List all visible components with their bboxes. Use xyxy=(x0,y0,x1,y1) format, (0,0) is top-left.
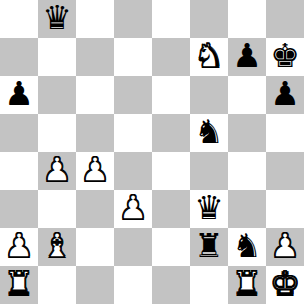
white-pawn-h2[interactable]: ♟ xyxy=(270,228,300,265)
square-d2[interactable] xyxy=(114,228,152,266)
square-e6[interactable] xyxy=(152,76,190,114)
square-a1[interactable]: ♜ xyxy=(0,266,38,304)
white-rook-g1[interactable]: ♜ xyxy=(232,266,262,303)
square-h2[interactable]: ♟ xyxy=(266,228,304,266)
square-e3[interactable] xyxy=(152,190,190,228)
square-g3[interactable] xyxy=(228,190,266,228)
square-c4[interactable]: ♟ xyxy=(76,152,114,190)
square-h3[interactable] xyxy=(266,190,304,228)
square-f6[interactable] xyxy=(190,76,228,114)
square-f7[interactable]: ♞ xyxy=(190,38,228,76)
square-f5[interactable]: ♞ xyxy=(190,114,228,152)
square-f1[interactable] xyxy=(190,266,228,304)
white-pawn-a2[interactable]: ♟ xyxy=(4,228,34,265)
square-g4[interactable] xyxy=(228,152,266,190)
square-f4[interactable] xyxy=(190,152,228,190)
black-king-h7[interactable]: ♚ xyxy=(270,38,300,75)
square-d4[interactable] xyxy=(114,152,152,190)
square-b7[interactable] xyxy=(38,38,76,76)
square-c2[interactable] xyxy=(76,228,114,266)
square-h5[interactable] xyxy=(266,114,304,152)
square-b3[interactable] xyxy=(38,190,76,228)
square-c8[interactable] xyxy=(76,0,114,38)
black-knight-f5[interactable]: ♞ xyxy=(194,114,224,151)
square-g8[interactable] xyxy=(228,0,266,38)
square-c6[interactable] xyxy=(76,76,114,114)
square-d5[interactable] xyxy=(114,114,152,152)
square-g6[interactable] xyxy=(228,76,266,114)
square-d3[interactable]: ♟ xyxy=(114,190,152,228)
square-b8[interactable]: ♛ xyxy=(38,0,76,38)
square-f2[interactable]: ♜ xyxy=(190,228,228,266)
square-d6[interactable] xyxy=(114,76,152,114)
square-h1[interactable]: ♚ xyxy=(266,266,304,304)
square-c3[interactable] xyxy=(76,190,114,228)
square-e1[interactable] xyxy=(152,266,190,304)
white-pawn-c4[interactable]: ♟ xyxy=(80,152,110,189)
square-d8[interactable] xyxy=(114,0,152,38)
white-king-h1[interactable]: ♚ xyxy=(270,266,300,303)
square-c5[interactable] xyxy=(76,114,114,152)
black-pawn-a6[interactable]: ♟ xyxy=(4,76,34,113)
square-e7[interactable] xyxy=(152,38,190,76)
black-rook-f2[interactable]: ♜ xyxy=(194,228,224,265)
square-g7[interactable]: ♟ xyxy=(228,38,266,76)
square-d1[interactable] xyxy=(114,266,152,304)
black-queen-f3[interactable]: ♛ xyxy=(194,190,224,227)
square-h7[interactable]: ♚ xyxy=(266,38,304,76)
white-knight-f7[interactable]: ♞ xyxy=(194,38,224,75)
square-b2[interactable]: ♝ xyxy=(38,228,76,266)
square-f8[interactable] xyxy=(190,0,228,38)
square-g2[interactable]: ♞ xyxy=(228,228,266,266)
white-pawn-d3[interactable]: ♟ xyxy=(118,190,148,227)
square-c1[interactable] xyxy=(76,266,114,304)
square-a5[interactable] xyxy=(0,114,38,152)
square-e5[interactable] xyxy=(152,114,190,152)
square-e4[interactable] xyxy=(152,152,190,190)
square-f3[interactable]: ♛ xyxy=(190,190,228,228)
square-b4[interactable]: ♟ xyxy=(38,152,76,190)
white-bishop-b2[interactable]: ♝ xyxy=(42,228,72,265)
square-h6[interactable]: ♟ xyxy=(266,76,304,114)
black-pawn-g7[interactable]: ♟ xyxy=(232,38,262,75)
square-g1[interactable]: ♜ xyxy=(228,266,266,304)
square-g5[interactable] xyxy=(228,114,266,152)
square-h8[interactable] xyxy=(266,0,304,38)
square-h4[interactable] xyxy=(266,152,304,190)
square-a6[interactable]: ♟ xyxy=(0,76,38,114)
square-e2[interactable] xyxy=(152,228,190,266)
black-pawn-h6[interactable]: ♟ xyxy=(270,76,300,113)
square-d7[interactable] xyxy=(114,38,152,76)
square-e8[interactable] xyxy=(152,0,190,38)
black-queen-b8[interactable]: ♛ xyxy=(42,0,72,37)
square-a4[interactable] xyxy=(0,152,38,190)
white-rook-a1[interactable]: ♜ xyxy=(4,266,34,303)
chess-board: ♛♞♟♚♟♟♞♟♟♟♛♟♝♜♞♟♜♜♚ xyxy=(0,0,304,304)
square-a8[interactable] xyxy=(0,0,38,38)
square-b5[interactable] xyxy=(38,114,76,152)
square-a2[interactable]: ♟ xyxy=(0,228,38,266)
white-pawn-b4[interactable]: ♟ xyxy=(42,152,72,189)
black-knight-g2[interactable]: ♞ xyxy=(232,228,262,265)
square-a7[interactable] xyxy=(0,38,38,76)
square-b6[interactable] xyxy=(38,76,76,114)
square-c7[interactable] xyxy=(76,38,114,76)
square-b1[interactable] xyxy=(38,266,76,304)
square-a3[interactable] xyxy=(0,190,38,228)
